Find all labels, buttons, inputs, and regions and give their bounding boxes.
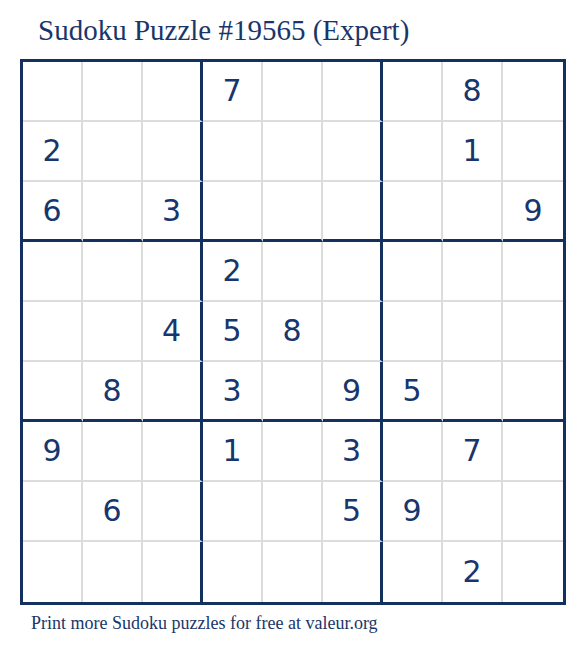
cell-r7c9[interactable] <box>503 422 563 482</box>
cell-r5c9[interactable] <box>503 302 563 362</box>
cell-r8c4[interactable] <box>203 482 263 542</box>
cell-r4c5[interactable] <box>263 242 323 302</box>
cell-r1c2[interactable] <box>83 62 143 122</box>
cell-r7c3[interactable] <box>143 422 203 482</box>
cell-r2c9[interactable] <box>503 122 563 182</box>
cell-r1c9[interactable] <box>503 62 563 122</box>
cell-r2c5[interactable] <box>263 122 323 182</box>
cell-r5c4[interactable]: 5 <box>203 302 263 362</box>
cell-r4c4[interactable]: 2 <box>203 242 263 302</box>
cell-r6c4[interactable]: 3 <box>203 362 263 422</box>
cell-r1c6[interactable] <box>323 62 383 122</box>
cell-r9c4[interactable] <box>203 542 263 602</box>
cell-r4c2[interactable] <box>83 242 143 302</box>
cell-r3c7[interactable] <box>383 182 443 242</box>
cell-r6c8[interactable] <box>443 362 503 422</box>
cell-r2c2[interactable] <box>83 122 143 182</box>
cell-r7c2[interactable] <box>83 422 143 482</box>
cell-r8c3[interactable] <box>143 482 203 542</box>
cell-r9c3[interactable] <box>143 542 203 602</box>
cell-r1c4[interactable]: 7 <box>203 62 263 122</box>
cell-r9c2[interactable] <box>83 542 143 602</box>
cell-r2c1[interactable]: 2 <box>23 122 83 182</box>
cell-r7c5[interactable] <box>263 422 323 482</box>
cell-r4c7[interactable] <box>383 242 443 302</box>
cell-r7c6[interactable]: 3 <box>323 422 383 482</box>
cell-r4c3[interactable] <box>143 242 203 302</box>
cell-r1c3[interactable] <box>143 62 203 122</box>
cell-r4c8[interactable] <box>443 242 503 302</box>
cell-r5c3[interactable]: 4 <box>143 302 203 362</box>
cell-r6c7[interactable]: 5 <box>383 362 443 422</box>
cell-r2c3[interactable] <box>143 122 203 182</box>
cell-r9c6[interactable] <box>323 542 383 602</box>
cell-r8c2[interactable]: 6 <box>83 482 143 542</box>
cell-r7c8[interactable]: 7 <box>443 422 503 482</box>
cell-r7c1[interactable]: 9 <box>23 422 83 482</box>
cell-r5c6[interactable] <box>323 302 383 362</box>
cell-r3c4[interactable] <box>203 182 263 242</box>
cell-r6c2[interactable]: 8 <box>83 362 143 422</box>
cell-r5c7[interactable] <box>383 302 443 362</box>
cell-r1c5[interactable] <box>263 62 323 122</box>
cell-r1c1[interactable] <box>23 62 83 122</box>
cell-r6c6[interactable]: 9 <box>323 362 383 422</box>
cell-r3c6[interactable] <box>323 182 383 242</box>
cell-r1c8[interactable]: 8 <box>443 62 503 122</box>
footer-text: Print more Sudoku puzzles for free at va… <box>31 613 378 634</box>
cell-r2c4[interactable] <box>203 122 263 182</box>
cell-r7c7[interactable] <box>383 422 443 482</box>
cell-r3c9[interactable]: 9 <box>503 182 563 242</box>
cell-r9c5[interactable] <box>263 542 323 602</box>
cell-r6c9[interactable] <box>503 362 563 422</box>
cell-r3c2[interactable] <box>83 182 143 242</box>
cell-r4c1[interactable] <box>23 242 83 302</box>
cell-r9c1[interactable] <box>23 542 83 602</box>
cell-r8c6[interactable]: 5 <box>323 482 383 542</box>
cell-r9c7[interactable] <box>383 542 443 602</box>
cell-r3c8[interactable] <box>443 182 503 242</box>
cell-r9c9[interactable] <box>503 542 563 602</box>
cell-r8c9[interactable] <box>503 482 563 542</box>
cell-r3c3[interactable]: 3 <box>143 182 203 242</box>
cell-r2c6[interactable] <box>323 122 383 182</box>
cell-r8c5[interactable] <box>263 482 323 542</box>
cell-r8c1[interactable] <box>23 482 83 542</box>
page-title: Sudoku Puzzle #19565 (Expert) <box>38 14 409 47</box>
cell-r4c9[interactable] <box>503 242 563 302</box>
cell-r5c2[interactable] <box>83 302 143 362</box>
cell-r1c7[interactable] <box>383 62 443 122</box>
cell-r3c1[interactable]: 6 <box>23 182 83 242</box>
cell-r3c5[interactable] <box>263 182 323 242</box>
cell-r6c1[interactable] <box>23 362 83 422</box>
cell-r5c5[interactable]: 8 <box>263 302 323 362</box>
cell-r5c8[interactable] <box>443 302 503 362</box>
cell-r6c5[interactable] <box>263 362 323 422</box>
sudoku-board: 78216392458839591376592 <box>20 59 566 605</box>
cell-r5c1[interactable] <box>23 302 83 362</box>
cell-r4c6[interactable] <box>323 242 383 302</box>
cell-r8c8[interactable] <box>443 482 503 542</box>
cell-r6c3[interactable] <box>143 362 203 422</box>
cell-r9c8[interactable]: 2 <box>443 542 503 602</box>
cell-r2c8[interactable]: 1 <box>443 122 503 182</box>
cell-r7c4[interactable]: 1 <box>203 422 263 482</box>
cell-r2c7[interactable] <box>383 122 443 182</box>
cell-r8c7[interactable]: 9 <box>383 482 443 542</box>
